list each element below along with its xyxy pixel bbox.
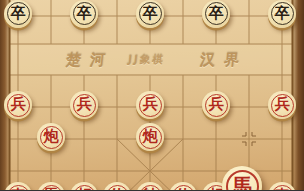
piece-red-horse-right[interactable]: 馬 — [222, 166, 262, 190]
piece-ring — [40, 126, 63, 149]
piece-red-chariot-left[interactable]: 車 — [4, 182, 32, 190]
piece-ring — [205, 94, 228, 117]
piece-red-soldier-3[interactable]: 兵 — [136, 91, 164, 119]
piece-ring — [271, 2, 294, 25]
piece-ring — [226, 170, 259, 191]
piece-ring — [106, 185, 129, 191]
piece-red-soldier-5[interactable]: 兵 — [268, 91, 296, 119]
piece-ring — [139, 2, 162, 25]
piece-red-horse-left[interactable]: 馬 — [37, 182, 65, 190]
piece-ring — [7, 185, 30, 191]
xiangqi-board: 楚河 JJ象棋 汉界 卒卒卒卒卒兵兵兵兵兵炮炮車馬相仕帥仕相馬車 — [0, 0, 304, 190]
piece-red-advisor-left[interactable]: 仕 — [103, 182, 131, 190]
piece-red-king[interactable]: 帥 — [136, 182, 164, 190]
piece-ring — [271, 94, 294, 117]
piece-ring — [172, 185, 195, 191]
piece-ring — [7, 94, 30, 117]
piece-ring — [271, 185, 294, 191]
piece-red-chariot-right[interactable]: 車 — [268, 182, 296, 190]
piece-ring — [139, 94, 162, 117]
piece-ring — [139, 126, 162, 149]
piece-red-cannon-left[interactable]: 炮 — [37, 123, 65, 151]
piece-ring — [205, 2, 228, 25]
piece-ring — [73, 94, 96, 117]
piece-ring — [7, 2, 30, 25]
piece-red-soldier-1[interactable]: 兵 — [4, 91, 32, 119]
piece-ring — [73, 185, 96, 191]
piece-black-soldier-1[interactable]: 卒 — [4, 0, 32, 28]
piece-red-advisor-right[interactable]: 仕 — [169, 182, 197, 190]
piece-black-soldier-2[interactable]: 卒 — [70, 0, 98, 28]
piece-black-soldier-4[interactable]: 卒 — [202, 0, 230, 28]
piece-ring — [139, 185, 162, 191]
piece-ring — [40, 185, 63, 191]
piece-red-soldier-4[interactable]: 兵 — [202, 91, 230, 119]
piece-ring — [73, 2, 96, 25]
piece-black-soldier-5[interactable]: 卒 — [268, 0, 296, 28]
board-intersections[interactable]: 卒卒卒卒卒兵兵兵兵兵炮炮車馬相仕帥仕相馬車 — [2, 0, 299, 190]
piece-red-elephant-left[interactable]: 相 — [70, 182, 98, 190]
piece-red-soldier-2[interactable]: 兵 — [70, 91, 98, 119]
piece-red-cannon-center[interactable]: 炮 — [136, 123, 164, 151]
piece-black-soldier-3[interactable]: 卒 — [136, 0, 164, 28]
